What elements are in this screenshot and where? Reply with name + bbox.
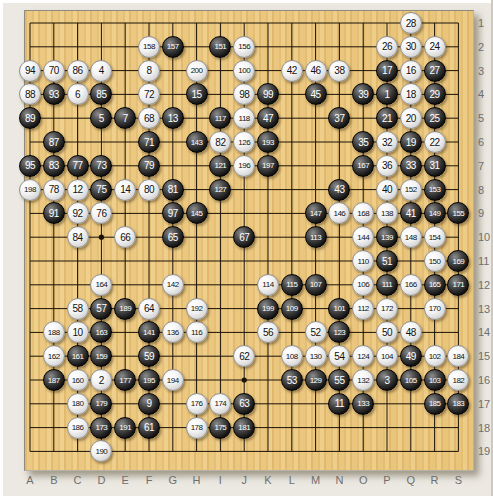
go-game-record-window: 1234567891011121314151617181920212224252… [0, 0, 493, 496]
stone-white-Q8: 152 [400, 179, 422, 201]
stone-black-J18: 181 [233, 417, 255, 439]
stone-black-B16: 187 [43, 369, 65, 391]
col-label-N: N [329, 473, 349, 487]
stone-black-R7: 31 [424, 155, 446, 177]
col-label-B: B [44, 473, 64, 487]
stone-black-R17: 185 [424, 393, 446, 415]
stone-white-R6: 22 [424, 131, 446, 153]
stone-black-P16: 3 [376, 369, 398, 391]
stone-black-I18: 175 [209, 417, 231, 439]
stone-white-J2: 156 [233, 36, 255, 58]
stone-white-C10: 84 [67, 226, 89, 248]
stone-white-C16: 160 [67, 369, 89, 391]
stone-black-P11: 51 [376, 250, 398, 272]
stone-white-Q1: 28 [400, 12, 422, 34]
col-label-M: M [306, 473, 326, 487]
stone-white-H14: 116 [186, 321, 208, 343]
stone-white-M14: 52 [305, 321, 327, 343]
stone-white-Q12: 166 [400, 274, 422, 296]
stone-black-K7: 197 [257, 155, 279, 177]
stone-black-O17: 133 [352, 393, 374, 415]
col-label-R: R [425, 473, 445, 487]
stone-black-B6: 87 [43, 131, 65, 153]
stone-black-R3: 27 [424, 60, 446, 82]
stone-black-G5: 13 [162, 107, 184, 129]
stone-black-M16: 129 [305, 369, 327, 391]
col-label-H: H [187, 473, 207, 487]
stone-black-G10: 65 [162, 226, 184, 248]
stone-black-J17: 63 [233, 393, 255, 415]
stone-white-H18: 178 [186, 417, 208, 439]
stone-black-M10: 113 [305, 226, 327, 248]
stone-black-F6: 71 [138, 131, 160, 153]
stone-black-G2: 157 [162, 36, 184, 58]
stone-white-M3: 46 [305, 60, 327, 82]
stone-black-H9: 145 [186, 202, 208, 224]
stone-black-B7: 83 [43, 155, 65, 177]
col-label-O: O [353, 473, 373, 487]
stone-black-C15: 161 [67, 345, 89, 367]
stone-white-R2: 24 [424, 36, 446, 58]
stone-black-K13: 199 [257, 298, 279, 320]
stone-black-R5: 25 [424, 107, 446, 129]
stone-black-D18: 173 [90, 417, 112, 439]
stone-white-A3: 94 [19, 60, 41, 82]
stone-black-R16: 103 [424, 369, 446, 391]
stone-white-E8: 14 [114, 179, 136, 201]
col-label-Q: Q [401, 473, 421, 487]
stone-white-F3: 8 [138, 60, 160, 82]
col-label-L: L [282, 473, 302, 487]
stone-white-C9: 92 [67, 202, 89, 224]
window-edge-left [0, 0, 3, 496]
stone-white-Q3: 16 [400, 60, 422, 82]
stone-black-L12: 115 [281, 274, 303, 296]
stone-white-O13: 112 [352, 298, 374, 320]
stone-black-P3: 17 [376, 60, 398, 82]
stone-white-L15: 108 [281, 345, 303, 367]
stone-black-R4: 29 [424, 83, 446, 105]
stone-black-O7: 167 [352, 155, 374, 177]
stone-black-F18: 61 [138, 417, 160, 439]
stone-white-C17: 180 [67, 393, 89, 415]
stone-white-A8: 198 [19, 179, 41, 201]
col-label-E: E [115, 473, 135, 487]
col-label-K: K [258, 473, 278, 487]
stone-black-H4: 15 [186, 83, 208, 105]
stone-white-C18: 186 [67, 417, 89, 439]
stone-white-H13: 192 [186, 298, 208, 320]
stone-white-R11: 150 [424, 250, 446, 272]
stone-white-L3: 42 [281, 60, 303, 82]
col-label-C: C [68, 473, 88, 487]
stone-white-J3: 100 [233, 60, 255, 82]
stone-white-P6: 32 [376, 131, 398, 153]
stone-white-R15: 102 [424, 345, 446, 367]
stone-black-A7: 95 [19, 155, 41, 177]
stone-white-C14: 10 [67, 321, 89, 343]
stone-white-F13: 64 [138, 298, 160, 320]
stone-black-L16: 53 [281, 369, 303, 391]
stone-black-N8: 43 [328, 179, 350, 201]
stone-white-P2: 26 [376, 36, 398, 58]
stone-black-Q16: 105 [400, 369, 422, 391]
stone-white-P7: 36 [376, 155, 398, 177]
stone-black-R12: 165 [424, 274, 446, 296]
stone-white-B8: 78 [43, 179, 65, 201]
stone-black-M4: 45 [305, 83, 327, 105]
stone-white-C3: 86 [67, 60, 89, 82]
stone-white-M15: 130 [305, 345, 327, 367]
stone-white-F2: 158 [138, 36, 160, 58]
col-label-D: D [91, 473, 111, 487]
stone-white-B3: 70 [43, 60, 65, 82]
stone-white-H17: 176 [186, 393, 208, 415]
stone-white-R13: 170 [424, 298, 446, 320]
stone-black-P12: 111 [376, 274, 398, 296]
stone-black-R9: 149 [424, 202, 446, 224]
stone-white-Q10: 148 [400, 226, 422, 248]
stone-white-F8: 80 [138, 179, 160, 201]
stone-black-I8: 127 [209, 179, 231, 201]
stone-white-Q5: 20 [400, 107, 422, 129]
stone-white-B15: 162 [43, 345, 65, 367]
col-label-J: J [234, 473, 254, 487]
stone-black-Q15: 49 [400, 345, 422, 367]
stone-black-Q7: 33 [400, 155, 422, 177]
stone-white-J7: 196 [233, 155, 255, 177]
stone-white-C4: 6 [67, 83, 89, 105]
stone-black-F17: 9 [138, 393, 160, 415]
col-label-I: I [210, 473, 230, 487]
stone-black-Q6: 19 [400, 131, 422, 153]
stone-white-C13: 58 [67, 298, 89, 320]
stone-black-M9: 147 [305, 202, 327, 224]
stone-white-H3: 200 [186, 60, 208, 82]
stone-white-Q2: 30 [400, 36, 422, 58]
window-edge-top [0, 0, 493, 3]
stone-white-D3: 4 [90, 60, 112, 82]
col-label-S: S [448, 473, 468, 487]
stone-black-G8: 81 [162, 179, 184, 201]
stone-white-K12: 114 [257, 274, 279, 296]
col-label-P: P [377, 473, 397, 487]
stone-white-P13: 172 [376, 298, 398, 320]
stone-black-M12: 107 [305, 274, 327, 296]
stone-black-L13: 109 [281, 298, 303, 320]
stone-white-P8: 40 [376, 179, 398, 201]
stone-black-F16: 195 [138, 369, 160, 391]
stone-white-N3: 38 [328, 60, 350, 82]
stone-white-G16: 194 [162, 369, 184, 391]
stone-white-C8: 12 [67, 179, 89, 201]
stone-black-N13: 101 [328, 298, 350, 320]
col-label-G: G [163, 473, 183, 487]
stone-black-R8: 153 [424, 179, 446, 201]
col-label-A: A [20, 473, 40, 487]
stone-black-D8: 75 [90, 179, 112, 201]
stone-black-C7: 77 [67, 155, 89, 177]
stone-white-G12: 142 [162, 274, 184, 296]
stone-black-F7: 79 [138, 155, 160, 177]
stone-black-E13: 189 [114, 298, 136, 320]
stone-white-R10: 154 [424, 226, 446, 248]
stone-black-D13: 57 [90, 298, 112, 320]
col-label-F: F [139, 473, 159, 487]
stone-black-K6: 193 [257, 131, 279, 153]
stone-black-E18: 191 [114, 417, 136, 439]
stone-black-H6: 143 [186, 131, 208, 153]
stone-white-O12: 106 [352, 274, 374, 296]
